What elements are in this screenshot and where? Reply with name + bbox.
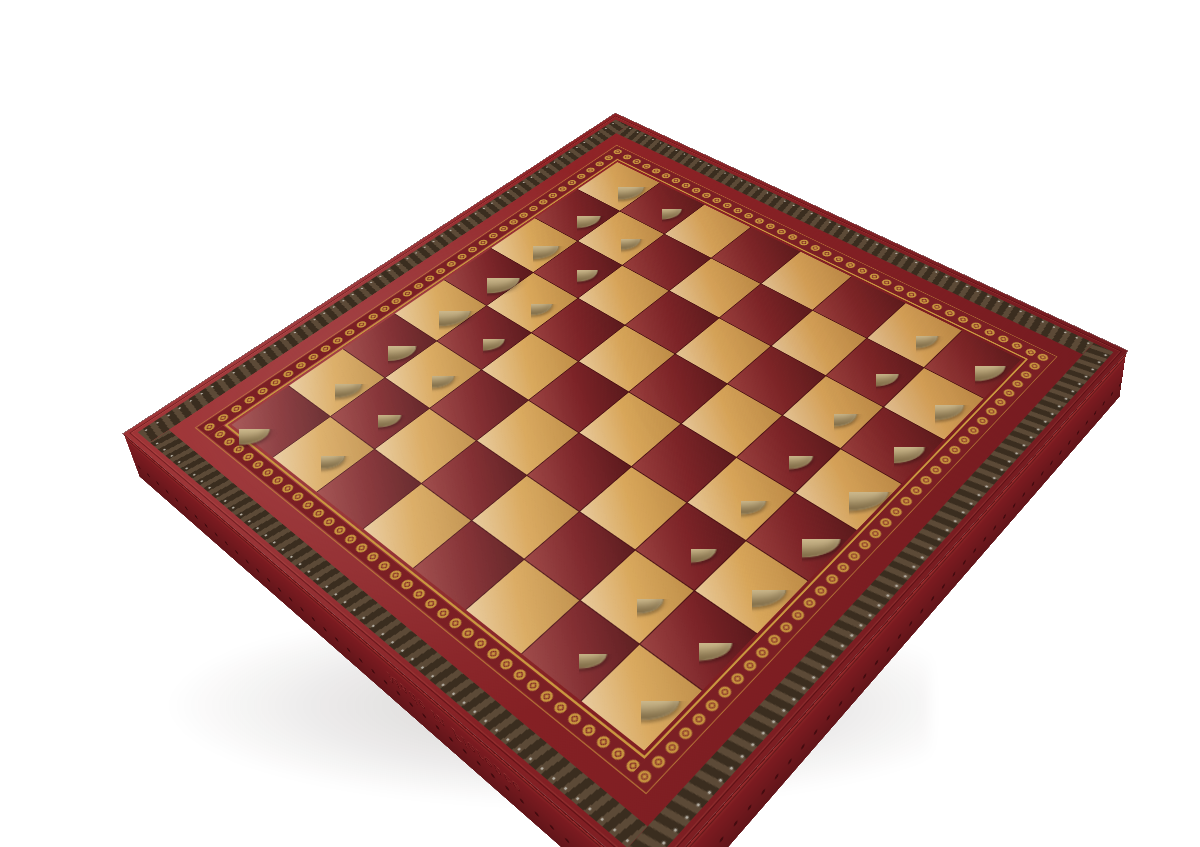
board-box-top-face: ♜♞♝♛♚♝♞♜♟♟♟♟♟♟♟♟♟♟♟♟♟♟♟♟♜♞♝♛♚♝♞♜: [124, 113, 1128, 847]
photo-stage: ♜♞♝♛♚♝♞♜♟♟♟♟♟♟♟♟♟♟♟♟♟♟♟♟♜♞♝♛♚♝♞♜ Made in…: [0, 0, 1200, 847]
leather-chess-box: ♜♞♝♛♚♝♞♜♟♟♟♟♟♟♟♟♟♟♟♟♟♟♟♟♜♞♝♛♚♝♞♜ Made in…: [124, 113, 1128, 847]
white-rook-glyph: ♜: [569, 539, 715, 701]
scene-3d: ♜♞♝♛♚♝♞♜♟♟♟♟♟♟♟♟♟♟♟♟♟♟♟♟♜♞♝♛♚♝♞♜ Made in…: [0, 0, 1200, 847]
black-pawn-glyph: ♟: [277, 356, 366, 456]
